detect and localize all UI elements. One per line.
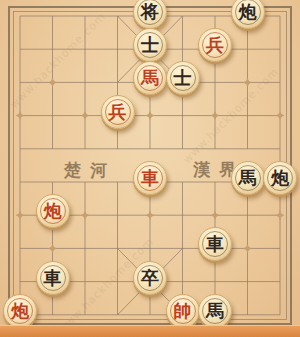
piece-red-general[interactable]: 帥	[166, 294, 200, 328]
river-label-chu-he: 楚河	[64, 159, 116, 182]
piece-black-cannon[interactable]: 炮	[263, 161, 297, 195]
piece-glyph: 卒	[141, 269, 159, 287]
table-edge-band	[0, 325, 300, 337]
piece-glyph: 将	[141, 3, 159, 21]
piece-glyph: 馬	[239, 169, 257, 187]
piece-glyph: 馬	[206, 302, 224, 320]
piece-glyph: 士	[174, 69, 192, 87]
piece-red-chariot[interactable]: 車	[133, 161, 167, 195]
piece-glyph: 車	[44, 269, 62, 287]
xiangqi-board: www.hackhome.com www.hackhome.com www.ha…	[0, 0, 300, 337]
piece-black-chariot[interactable]: 車	[36, 261, 70, 295]
piece-glyph: 炮	[271, 169, 289, 187]
piece-glyph: 兵	[109, 103, 127, 121]
piece-glyph: 炮	[44, 202, 62, 220]
piece-red-soldier[interactable]: 兵	[198, 28, 232, 62]
piece-red-cannon[interactable]: 炮	[36, 194, 70, 228]
piece-glyph: 兵	[206, 36, 224, 54]
piece-black-advisor[interactable]: 士	[166, 61, 200, 95]
piece-red-cannon[interactable]: 炮	[3, 294, 37, 328]
piece-glyph: 車	[206, 235, 224, 253]
piece-glyph: 帥	[174, 302, 192, 320]
piece-glyph: 車	[141, 169, 159, 187]
piece-black-soldier[interactable]: 卒	[133, 261, 167, 295]
piece-black-horse[interactable]: 馬	[198, 294, 232, 328]
piece-glyph: 士	[141, 36, 159, 54]
piece-black-horse[interactable]: 馬	[231, 161, 265, 195]
piece-glyph: 馬	[141, 69, 159, 87]
piece-glyph: 炮	[11, 302, 29, 320]
piece-black-advisor[interactable]: 士	[133, 28, 167, 62]
piece-red-soldier[interactable]: 兵	[101, 95, 135, 129]
piece-glyph: 炮	[239, 3, 257, 21]
